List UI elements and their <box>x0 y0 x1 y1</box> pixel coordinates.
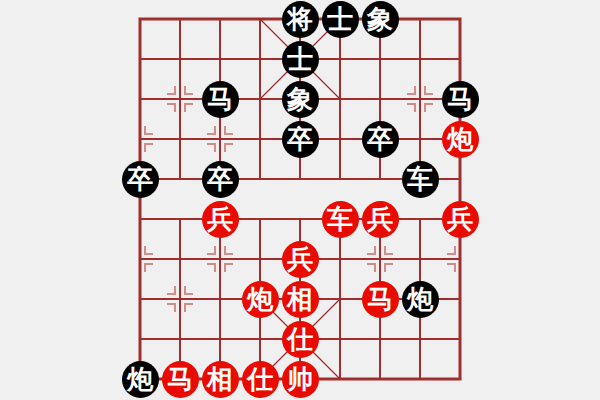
black-soldier-glyph: 卒 <box>362 121 399 158</box>
piece-red-chariot[interactable]: 车 <box>320 199 360 239</box>
red-elephant-glyph: 相 <box>202 361 239 398</box>
red-advisor-glyph: 仕 <box>242 361 279 398</box>
red-soldier-glyph: 兵 <box>282 241 319 278</box>
black-elephant-glyph: 象 <box>362 1 399 38</box>
piece-black-elephant[interactable]: 象 <box>360 0 400 39</box>
black-horse-glyph: 马 <box>442 81 479 118</box>
piece-black-soldier[interactable]: 卒 <box>360 119 400 159</box>
piece-black-soldier[interactable]: 卒 <box>280 119 320 159</box>
red-cannon-glyph: 炮 <box>242 281 279 318</box>
piece-red-elephant[interactable]: 相 <box>280 279 320 319</box>
red-soldier-glyph: 兵 <box>202 201 239 238</box>
piece-red-cannon[interactable]: 炮 <box>440 119 480 159</box>
screen: 将士象士马象马卒卒炮卒卒车兵车兵兵兵炮相马炮仕炮马相仕帅 <box>0 0 600 400</box>
piece-red-soldier[interactable]: 兵 <box>200 199 240 239</box>
piece-red-soldier[interactable]: 兵 <box>440 199 480 239</box>
piece-black-horse[interactable]: 马 <box>440 79 480 119</box>
red-soldier-glyph: 兵 <box>362 201 399 238</box>
black-cannon-glyph: 炮 <box>402 281 439 318</box>
red-chariot-glyph: 车 <box>322 201 359 238</box>
piece-red-elephant[interactable]: 相 <box>200 359 240 399</box>
black-advisor-glyph: 士 <box>322 1 359 38</box>
black-soldier-glyph: 卒 <box>202 161 239 198</box>
piece-red-soldier[interactable]: 兵 <box>280 239 320 279</box>
black-general-glyph: 将 <box>282 1 319 38</box>
black-soldier-glyph: 卒 <box>122 161 159 198</box>
red-advisor-glyph: 仕 <box>282 321 319 358</box>
piece-black-chariot[interactable]: 车 <box>400 159 440 199</box>
piece-black-elephant[interactable]: 象 <box>280 79 320 119</box>
piece-red-cannon[interactable]: 炮 <box>240 279 280 319</box>
piece-black-soldier[interactable]: 卒 <box>120 159 160 199</box>
black-advisor-glyph: 士 <box>282 41 319 78</box>
black-chariot-glyph: 车 <box>402 161 439 198</box>
piece-black-cannon[interactable]: 炮 <box>400 279 440 319</box>
red-soldier-glyph: 兵 <box>442 201 479 238</box>
piece-black-horse[interactable]: 马 <box>200 79 240 119</box>
red-horse-glyph: 马 <box>162 361 199 398</box>
piece-red-horse[interactable]: 马 <box>360 279 400 319</box>
black-horse-glyph: 马 <box>202 81 239 118</box>
piece-red-advisor[interactable]: 仕 <box>280 319 320 359</box>
piece-black-cannon[interactable]: 炮 <box>120 359 160 399</box>
piece-black-advisor[interactable]: 士 <box>280 39 320 79</box>
piece-black-soldier[interactable]: 卒 <box>200 159 240 199</box>
piece-red-horse[interactable]: 马 <box>160 359 200 399</box>
piece-red-soldier[interactable]: 兵 <box>360 199 400 239</box>
red-elephant-glyph: 相 <box>282 281 319 318</box>
piece-black-general[interactable]: 将 <box>280 0 320 39</box>
black-cannon-glyph: 炮 <box>122 361 159 398</box>
red-horse-glyph: 马 <box>362 281 399 318</box>
red-general-glyph: 帅 <box>282 361 319 398</box>
xiangqi-board[interactable]: 将士象士马象马卒卒炮卒卒车兵车兵兵兵炮相马炮仕炮马相仕帅 <box>120 0 480 399</box>
red-cannon-glyph: 炮 <box>442 121 479 158</box>
pieces-layer: 将士象士马象马卒卒炮卒卒车兵车兵兵兵炮相马炮仕炮马相仕帅 <box>120 0 480 399</box>
black-elephant-glyph: 象 <box>282 81 319 118</box>
piece-red-advisor[interactable]: 仕 <box>240 359 280 399</box>
piece-red-general[interactable]: 帅 <box>280 359 320 399</box>
piece-black-advisor[interactable]: 士 <box>320 0 360 39</box>
black-soldier-glyph: 卒 <box>282 121 319 158</box>
